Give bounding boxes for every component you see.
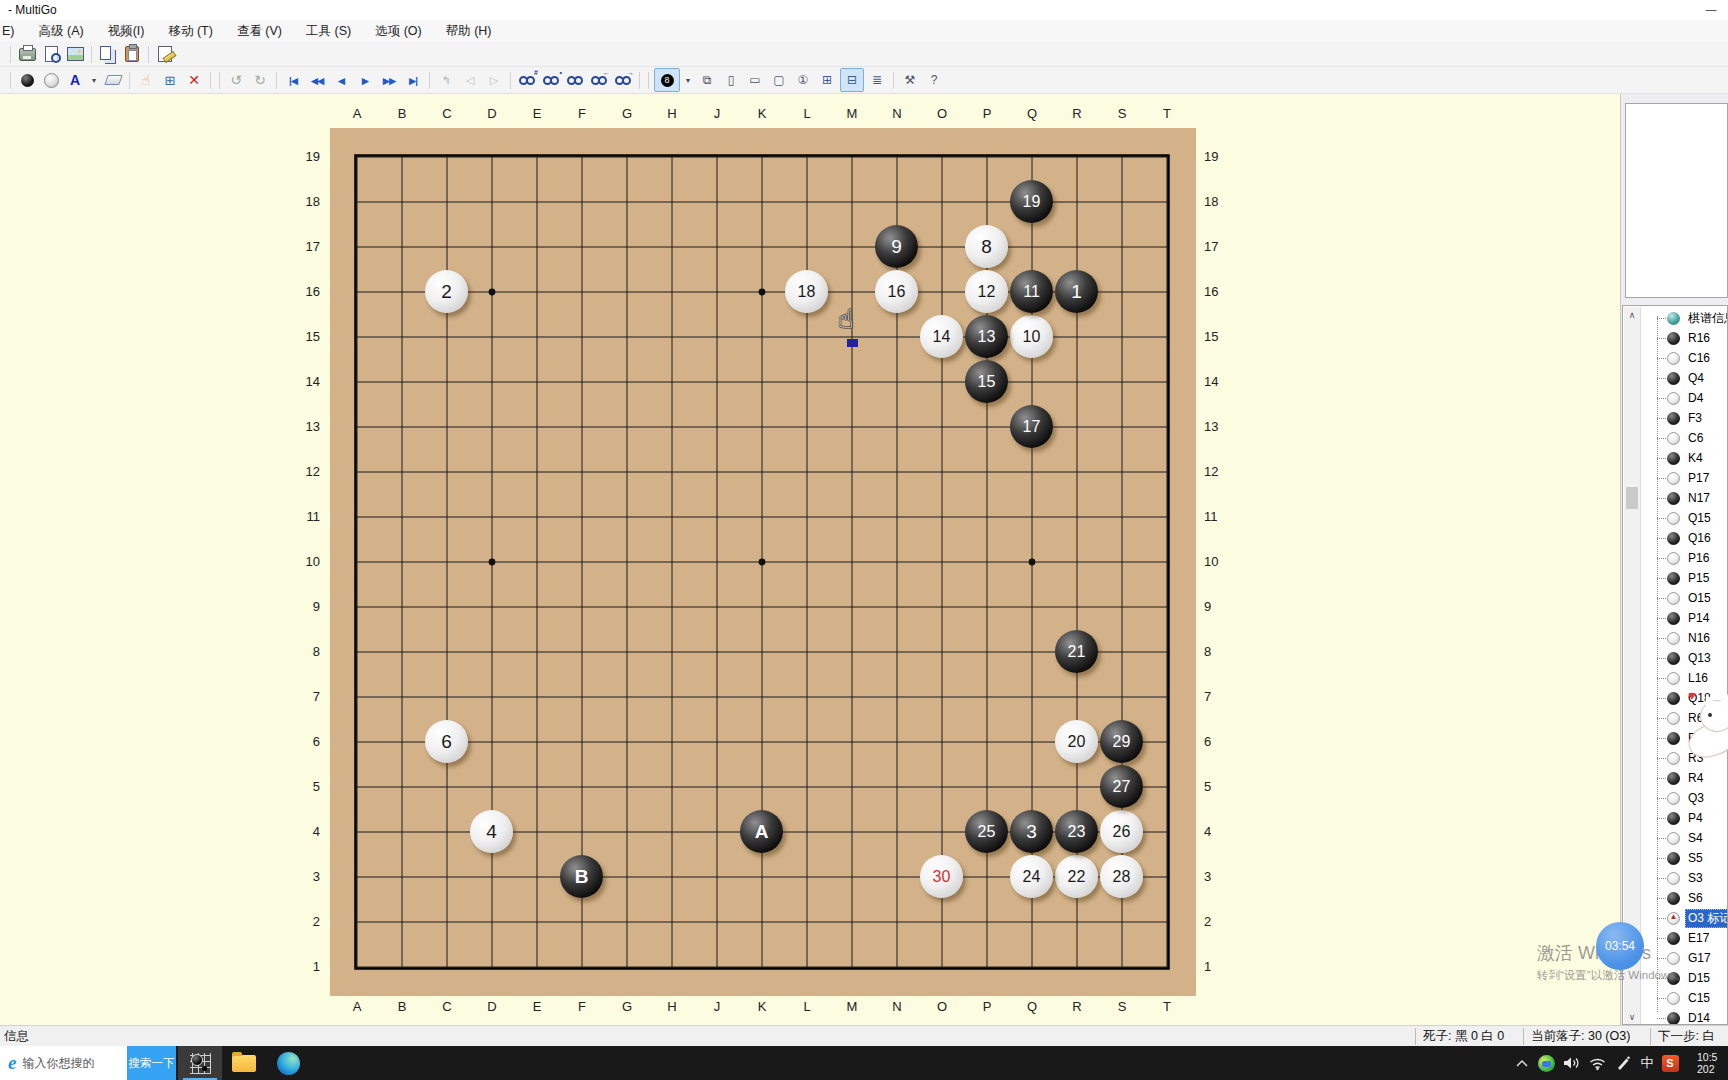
stone-P15[interactable]: 13 bbox=[965, 315, 1008, 358]
tree-item-label: C6 bbox=[1685, 430, 1706, 446]
taskbar-clock[interactable]: 10:5 202 bbox=[1697, 1051, 1728, 1075]
col-label-top-L: L bbox=[797, 106, 817, 121]
white-stone-tool[interactable] bbox=[40, 69, 62, 91]
row-label-right-11: 11 bbox=[1204, 509, 1232, 524]
tree-item-Q15[interactable]: Q15 bbox=[1641, 508, 1727, 528]
tree-scrollbar[interactable]: ∧ ∨ bbox=[1624, 307, 1641, 1025]
row-label-right-8: 8 bbox=[1204, 644, 1232, 659]
stone-Q4[interactable]: 3 bbox=[1010, 810, 1053, 853]
white-node-icon bbox=[1667, 832, 1680, 845]
tree-item-Q4[interactable]: Q4 bbox=[1641, 368, 1727, 388]
row-label-left-17: 17 bbox=[292, 239, 320, 254]
status-next-player: 下一步: 白 bbox=[1658, 1026, 1728, 1047]
tree-item-Q3[interactable]: Q3 bbox=[1641, 788, 1727, 808]
tree-item-S5[interactable]: S5 bbox=[1641, 848, 1727, 868]
row-label-left-8: 8 bbox=[292, 644, 320, 659]
print-preview-button[interactable] bbox=[40, 43, 62, 65]
col-label-bottom-T: T bbox=[1157, 999, 1177, 1014]
tree-item-E17[interactable]: E17 bbox=[1641, 928, 1727, 948]
black-node-icon bbox=[1667, 452, 1680, 465]
col-label-top-R: R bbox=[1067, 106, 1087, 121]
goban[interactable]: 1234B6A891011121314151617181920212223242… bbox=[334, 134, 1189, 989]
copy-button[interactable] bbox=[97, 43, 119, 65]
row-label-left-12: 12 bbox=[292, 464, 320, 479]
tree-item-label: S6 bbox=[1685, 890, 1706, 906]
edge-browser-icon bbox=[277, 1052, 300, 1075]
tree-item-S6[interactable]: S6 bbox=[1641, 888, 1727, 908]
stone-Q16[interactable]: 11 bbox=[1010, 270, 1053, 313]
taskbar-edge-button[interactable] bbox=[266, 1046, 310, 1080]
row-label-right-16: 16 bbox=[1204, 284, 1232, 299]
tree-item-Q13[interactable]: Q13 bbox=[1641, 648, 1727, 668]
number-from-one-toggle[interactable]: ① bbox=[792, 69, 814, 91]
tray-volume-icon[interactable] bbox=[1558, 1056, 1584, 1070]
tree-item-D4[interactable]: D4 bbox=[1641, 388, 1727, 408]
tree-layout-2-button[interactable]: ⊟ bbox=[840, 68, 864, 92]
toolbar-separator bbox=[893, 72, 894, 89]
diagram-toggle[interactable]: ⧉ bbox=[696, 69, 718, 91]
white-node-icon bbox=[1667, 512, 1680, 525]
col-label-top-F: F bbox=[572, 106, 592, 121]
taskbar-search-box[interactable]: e 输入你想搜的 bbox=[0, 1046, 127, 1080]
stone-R3[interactable]: 22 bbox=[1055, 855, 1098, 898]
row-label-right-15: 15 bbox=[1204, 329, 1232, 344]
stone-S4[interactable]: 26 bbox=[1100, 810, 1143, 853]
tree-item-P14[interactable]: P14 bbox=[1641, 608, 1727, 628]
row-label-left-7: 7 bbox=[292, 689, 320, 704]
tree-item-P17[interactable]: P17 bbox=[1641, 468, 1727, 488]
row-label-right-2: 2 bbox=[1204, 914, 1232, 929]
first-move-button[interactable]: |◀ bbox=[282, 69, 304, 91]
label-dropdown[interactable]: ▾ bbox=[88, 69, 100, 91]
col-label-top-K: K bbox=[752, 106, 772, 121]
col-label-top-S: S bbox=[1112, 106, 1132, 121]
tree-item-D14[interactable]: D14 bbox=[1641, 1008, 1727, 1025]
tree-item-label: E17 bbox=[1685, 930, 1712, 946]
hand-cursor-icon: ☝ bbox=[838, 304, 854, 335]
tree-item-label: N16 bbox=[1685, 630, 1713, 646]
tree-item-label: D4 bbox=[1685, 390, 1706, 406]
toolbar-separator bbox=[510, 72, 511, 89]
find-button[interactable] bbox=[564, 69, 586, 91]
menu-item-7[interactable]: 帮助 (H) bbox=[434, 20, 504, 42]
tree-item-label: Q3 bbox=[1685, 790, 1707, 806]
row-label-right-18: 18 bbox=[1204, 194, 1232, 209]
tray-wifi-icon[interactable] bbox=[1584, 1057, 1610, 1070]
tree-item-F3[interactable]: F3 bbox=[1641, 408, 1727, 428]
multigo-app-icon bbox=[190, 1053, 211, 1074]
tree-item-label: S5 bbox=[1685, 850, 1706, 866]
toolbar-separator bbox=[276, 72, 277, 89]
status-message: 信息 bbox=[4, 1026, 29, 1047]
forward-10-moves-button[interactable]: ▶▶ bbox=[378, 69, 400, 91]
variation-display-toggle[interactable]: ▯ bbox=[720, 69, 742, 91]
col-label-bottom-C: C bbox=[437, 999, 457, 1014]
row-label-left-11: 11 bbox=[292, 509, 320, 524]
cursor-blue-mark bbox=[847, 339, 858, 347]
col-label-top-P: P bbox=[977, 106, 997, 121]
tree-item-P15[interactable]: P15 bbox=[1641, 568, 1727, 588]
col-label-bottom-D: D bbox=[482, 999, 502, 1014]
tree-item-label: K4 bbox=[1685, 450, 1706, 466]
col-label-bottom-H: H bbox=[662, 999, 682, 1014]
col-label-top-B: B bbox=[392, 106, 412, 121]
stone-Q15[interactable]: 10 bbox=[1010, 315, 1053, 358]
stone-P4[interactable]: 25 bbox=[965, 810, 1008, 853]
col-label-top-T: T bbox=[1157, 106, 1177, 121]
tray-ime-indicator[interactable]: 中 bbox=[1636, 1054, 1658, 1072]
tree-item-C6[interactable]: C6 bbox=[1641, 428, 1727, 448]
next-variation-button[interactable]: ▷ bbox=[483, 69, 505, 91]
tree-item-S4[interactable]: S4 bbox=[1641, 828, 1727, 848]
prev-variation-button[interactable]: ◁ bbox=[459, 69, 481, 91]
stone-K4[interactable]: A bbox=[740, 810, 783, 853]
tree-item-label: P15 bbox=[1685, 570, 1712, 586]
tree-item-P16[interactable]: P16 bbox=[1641, 548, 1727, 568]
col-label-bottom-L: L bbox=[797, 999, 817, 1014]
black-node-icon bbox=[1667, 492, 1680, 505]
stone-S5[interactable]: 27 bbox=[1100, 765, 1143, 808]
tree-item-label: O3 标记 bbox=[1685, 909, 1728, 928]
search-go-button[interactable]: 搜索一下 bbox=[127, 1046, 176, 1080]
col-label-top-H: H bbox=[662, 106, 682, 121]
move-numbers-dropdown[interactable]: ▾ bbox=[682, 69, 694, 91]
row-label-left-13: 13 bbox=[292, 419, 320, 434]
black-node-icon bbox=[1667, 652, 1680, 665]
heart-icon: ♥ bbox=[1688, 688, 1696, 703]
black-node-icon bbox=[1667, 972, 1680, 985]
white-node-icon bbox=[1667, 392, 1680, 405]
col-label-top-C: C bbox=[437, 106, 457, 121]
tools-button[interactable]: ⚒ bbox=[899, 69, 921, 91]
tree-item-label: D14 bbox=[1685, 1010, 1713, 1025]
comment-panel[interactable] bbox=[1625, 103, 1728, 298]
tray-chevron-up-icon[interactable] bbox=[1510, 1059, 1534, 1067]
cat-sticker: ♥ bbox=[1674, 686, 1728, 778]
minimize-button[interactable]: — bbox=[1698, 0, 1724, 20]
stone-S3[interactable]: 28 bbox=[1100, 855, 1143, 898]
black-node-icon bbox=[1667, 1012, 1680, 1025]
move-list: 棋谱信息R16C16Q4D4F3C6K4P17N17Q15Q16P16P15O1… bbox=[1641, 308, 1727, 1024]
col-label-bottom-B: B bbox=[392, 999, 412, 1014]
delete-tool[interactable]: ✕ bbox=[183, 69, 205, 91]
tree-item-label: 棋谱信息 bbox=[1685, 309, 1728, 328]
stone-P16[interactable]: 12 bbox=[965, 270, 1008, 313]
row-label-right-4: 4 bbox=[1204, 824, 1232, 839]
status-current-move: 当前落子: 30 (O3) bbox=[1531, 1026, 1647, 1047]
col-label-top-O: O bbox=[932, 106, 952, 121]
black-node-icon bbox=[1667, 852, 1680, 865]
col-label-bottom-F: F bbox=[572, 999, 592, 1014]
find-point-button[interactable]: • bbox=[540, 69, 562, 91]
col-label-bottom-K: K bbox=[752, 999, 772, 1014]
col-label-top-Q: Q bbox=[1022, 106, 1042, 121]
stone-R16[interactable]: 1 bbox=[1055, 270, 1098, 313]
tree-item-label: S3 bbox=[1685, 870, 1706, 886]
title-bar: - MultiGo — bbox=[0, 0, 1728, 20]
tree-item-label: C16 bbox=[1685, 350, 1713, 366]
back-10-moves-button[interactable]: ◀◀ bbox=[306, 69, 328, 91]
col-label-bottom-S: S bbox=[1112, 999, 1132, 1014]
status-captures: 死子: 黑 0 白 0 bbox=[1423, 1026, 1520, 1047]
comment-display-toggle[interactable]: ▭ bbox=[744, 69, 766, 91]
toolbar-separator bbox=[148, 46, 149, 63]
stone-S6[interactable]: 29 bbox=[1100, 720, 1143, 763]
toolbar-separator bbox=[10, 72, 11, 89]
row-label-left-16: 16 bbox=[292, 284, 320, 299]
black-node-icon bbox=[1667, 892, 1680, 905]
tree-item-label: Q4 bbox=[1685, 370, 1707, 386]
col-label-top-N: N bbox=[887, 106, 907, 121]
tree-item-label: P4 bbox=[1685, 810, 1706, 826]
stone-D4[interactable]: 4 bbox=[470, 810, 513, 853]
window-title: - MultiGo bbox=[0, 0, 1728, 20]
col-label-top-D: D bbox=[482, 106, 502, 121]
row-label-left-10: 10 bbox=[292, 554, 320, 569]
tree-item-label: S4 bbox=[1685, 830, 1706, 846]
status-bar: 信息 死子: 黑 0 白 0 当前落子: 30 (O3) 下一步: 白 bbox=[0, 1025, 1728, 1047]
edit-navigation-toolbar: A▾☝⊞✕↺↻|◀◀◀◀▶▶▶▶|↰◁▷#•←→8▾⧉▯▭▢①⊞⊟≣⚒? bbox=[0, 67, 1728, 94]
stone-C6[interactable]: 6 bbox=[425, 720, 468, 763]
tree-layout-3-button[interactable]: ≣ bbox=[866, 69, 888, 91]
properties-button[interactable] bbox=[154, 43, 176, 65]
stone-N16[interactable]: 16 bbox=[875, 270, 918, 313]
row-label-left-5: 5 bbox=[292, 779, 320, 794]
row-label-left-15: 15 bbox=[292, 329, 320, 344]
tree-item-R16[interactable]: R16 bbox=[1641, 328, 1727, 348]
row-label-right-9: 9 bbox=[1204, 599, 1232, 614]
tree-layout-1-button[interactable]: ⊞ bbox=[816, 69, 838, 91]
scroll-down-arrow-icon[interactable]: ∨ bbox=[1624, 1009, 1640, 1025]
col-label-bottom-E: E bbox=[527, 999, 547, 1014]
stone-N17[interactable]: 9 bbox=[875, 225, 918, 268]
white-node-icon bbox=[1667, 352, 1680, 365]
tree-item-label: C15 bbox=[1685, 990, 1713, 1006]
search-placeholder: 输入你想搜的 bbox=[22, 1055, 94, 1072]
row-label-right-6: 6 bbox=[1204, 734, 1232, 749]
toolbar-separator bbox=[129, 72, 130, 89]
tree-item-O3-标记[interactable]: O3 标记 bbox=[1641, 908, 1727, 928]
move-tree-panel: ∧ ∨ 棋谱信息R16C16Q4D4F3C6K4P17N17Q15Q16P16P… bbox=[1622, 305, 1728, 1025]
stone-Q13[interactable]: 17 bbox=[1010, 405, 1053, 448]
tree-item-label: F3 bbox=[1685, 410, 1705, 426]
floating-timer-bubble[interactable]: 03:54 bbox=[1596, 922, 1644, 970]
tree-item-label: G17 bbox=[1685, 950, 1714, 966]
tree-item-label: N17 bbox=[1685, 490, 1713, 506]
tree-item-label: L16 bbox=[1685, 670, 1711, 686]
tree-item-label: Q15 bbox=[1685, 510, 1714, 526]
blank-board-toggle[interactable]: ▢ bbox=[768, 69, 790, 91]
stone-O15[interactable]: 14 bbox=[920, 315, 963, 358]
white-node-icon bbox=[1667, 552, 1680, 565]
toolbar-separator bbox=[429, 72, 430, 89]
tree-item-label: P16 bbox=[1685, 550, 1712, 566]
info-node-icon bbox=[1667, 312, 1680, 325]
white-node-icon bbox=[1667, 952, 1680, 965]
row-label-right-19: 19 bbox=[1204, 149, 1232, 164]
context-help-button[interactable]: ? bbox=[923, 69, 945, 91]
tree-item-label: P14 bbox=[1685, 610, 1712, 626]
col-label-bottom-M: M bbox=[842, 999, 862, 1014]
row-label-right-10: 10 bbox=[1204, 554, 1232, 569]
tree-item-label: P17 bbox=[1685, 470, 1712, 486]
row-label-left-9: 9 bbox=[292, 599, 320, 614]
multigo-window: - MultiGo — E)高级 (A)视频(I)移动 (T)查看 (V)工具 … bbox=[0, 0, 1728, 1080]
setup-position-tool[interactable]: ⊞ bbox=[159, 69, 181, 91]
black-node-icon bbox=[1667, 572, 1680, 585]
col-label-bottom-O: O bbox=[932, 999, 952, 1014]
toolbar-separator bbox=[648, 72, 649, 89]
move-numbers-toggle[interactable]: 8 bbox=[654, 68, 680, 92]
white-node-icon bbox=[1667, 592, 1680, 605]
next-game-button[interactable]: ↻ bbox=[249, 69, 271, 91]
row-label-left-14: 14 bbox=[292, 374, 320, 389]
row-label-right-5: 5 bbox=[1204, 779, 1232, 794]
row-label-right-13: 13 bbox=[1204, 419, 1232, 434]
col-label-bottom-P: P bbox=[977, 999, 997, 1014]
ie-icon: e bbox=[8, 1052, 16, 1074]
marked-node-icon bbox=[1667, 912, 1680, 925]
col-label-top-A: A bbox=[347, 106, 367, 121]
tree-item-label: R16 bbox=[1685, 330, 1713, 346]
tray-pen-icon[interactable] bbox=[1610, 1056, 1636, 1070]
toolbar-separator bbox=[10, 46, 11, 63]
col-label-bottom-G: G bbox=[617, 999, 637, 1014]
col-label-top-J: J bbox=[707, 106, 727, 121]
white-node-icon bbox=[1667, 792, 1680, 805]
stone-Q3[interactable]: 24 bbox=[1010, 855, 1053, 898]
white-node-icon bbox=[1667, 472, 1680, 485]
tree-item-label: Q16 bbox=[1685, 530, 1714, 546]
paste-button[interactable] bbox=[121, 43, 143, 65]
stone-R6[interactable]: 20 bbox=[1055, 720, 1098, 763]
stone-P14[interactable]: 15 bbox=[965, 360, 1008, 403]
menu-item-3[interactable]: 移动 (T) bbox=[156, 20, 224, 42]
menu-item-1[interactable]: 高级 (A) bbox=[27, 20, 96, 42]
col-label-bottom-J: J bbox=[707, 999, 727, 1014]
tree-item-O15[interactable]: O15 bbox=[1641, 588, 1727, 608]
white-node-icon bbox=[1667, 632, 1680, 645]
forward-move-button[interactable]: ▶ bbox=[354, 69, 376, 91]
menu-item-2[interactable]: 视频(I) bbox=[96, 20, 157, 42]
row-label-left-2: 2 bbox=[292, 914, 320, 929]
toolbar-separator bbox=[219, 72, 220, 89]
stone-R4[interactable]: 23 bbox=[1055, 810, 1098, 853]
row-label-left-3: 3 bbox=[292, 869, 320, 884]
find-move-number-button[interactable]: # bbox=[516, 69, 538, 91]
menu-bar: E)高级 (A)视频(I)移动 (T)查看 (V)工具 (S)选项 (O)帮助 … bbox=[0, 20, 1728, 43]
eraser-tool[interactable] bbox=[102, 69, 124, 91]
col-label-bottom-Q: Q bbox=[1022, 999, 1042, 1014]
back-move-button[interactable]: ◀ bbox=[330, 69, 352, 91]
stone-O3[interactable]: 30 bbox=[920, 855, 963, 898]
stone-R8[interactable]: 21 bbox=[1055, 630, 1098, 673]
tree-item-N16[interactable]: N16 bbox=[1641, 628, 1727, 648]
taskbar-multigo-button[interactable] bbox=[178, 1046, 222, 1080]
black-node-icon bbox=[1667, 412, 1680, 425]
menu-item-0[interactable]: E) bbox=[0, 20, 27, 42]
tree-item-label: O15 bbox=[1685, 590, 1714, 606]
row-label-right-17: 17 bbox=[1204, 239, 1232, 254]
label-tool[interactable]: A bbox=[64, 69, 86, 91]
stone-Q18[interactable]: 19 bbox=[1010, 180, 1053, 223]
tree-item-棋谱信息[interactable]: 棋谱信息 bbox=[1641, 308, 1727, 328]
menu-item-5[interactable]: 工具 (S) bbox=[294, 20, 363, 42]
row-label-left-18: 18 bbox=[292, 194, 320, 209]
tray-sogou-icon[interactable]: S bbox=[1658, 1055, 1682, 1072]
pass-tool[interactable]: ☝ bbox=[135, 69, 157, 91]
tree-item-label: Q13 bbox=[1685, 650, 1714, 666]
export-image-button[interactable] bbox=[64, 43, 86, 65]
row-label-right-12: 12 bbox=[1204, 464, 1232, 479]
up-variation-button[interactable]: ↰ bbox=[435, 69, 457, 91]
white-node-icon bbox=[1667, 672, 1680, 685]
row-label-right-3: 3 bbox=[1204, 869, 1232, 884]
col-label-top-M: M bbox=[842, 106, 862, 121]
find-prev-button[interactable]: ← bbox=[588, 69, 610, 91]
black-node-icon bbox=[1667, 332, 1680, 345]
tree-item-K4[interactable]: K4 bbox=[1641, 448, 1727, 468]
tree-item-C16[interactable]: C16 bbox=[1641, 348, 1727, 368]
black-node-icon bbox=[1667, 932, 1680, 945]
stone-F3[interactable]: B bbox=[560, 855, 603, 898]
toolbar-separator bbox=[639, 72, 640, 89]
tree-item-L16[interactable]: L16 bbox=[1641, 668, 1727, 688]
tray-game-icon[interactable] bbox=[1534, 1055, 1558, 1072]
prev-game-button[interactable]: ↺ bbox=[225, 69, 247, 91]
black-node-icon bbox=[1667, 532, 1680, 545]
tree-item-D15[interactable]: D15 bbox=[1641, 968, 1727, 988]
tree-item-G17[interactable]: G17 bbox=[1641, 948, 1727, 968]
print-button[interactable] bbox=[16, 43, 38, 65]
stone-L16[interactable]: 18 bbox=[785, 270, 828, 313]
find-next-button[interactable]: → bbox=[612, 69, 634, 91]
stone-P17[interactable]: 8 bbox=[965, 225, 1008, 268]
tree-item-C15[interactable]: C15 bbox=[1641, 988, 1727, 1008]
stone-C16[interactable]: 2 bbox=[425, 270, 468, 313]
tree-item-label: D15 bbox=[1685, 970, 1713, 986]
row-label-left-4: 4 bbox=[292, 824, 320, 839]
tree-item-Q16[interactable]: Q16 bbox=[1641, 528, 1727, 548]
black-stone-tool[interactable] bbox=[16, 69, 38, 91]
last-move-button[interactable]: ▶| bbox=[402, 69, 424, 91]
menu-item-6[interactable]: 选项 (O) bbox=[363, 20, 434, 42]
menu-item-4[interactable]: 查看 (V) bbox=[225, 20, 294, 42]
scroll-up-arrow-icon[interactable]: ∧ bbox=[1624, 307, 1640, 323]
white-node-icon bbox=[1667, 992, 1680, 1005]
row-label-right-7: 7 bbox=[1204, 689, 1232, 704]
taskbar-explorer-button[interactable] bbox=[222, 1046, 266, 1080]
file-explorer-icon bbox=[232, 1055, 256, 1072]
tree-item-P4[interactable]: P4 bbox=[1641, 808, 1727, 828]
row-label-right-1: 1 bbox=[1204, 959, 1232, 974]
scrollbar-thumb[interactable] bbox=[1626, 487, 1638, 509]
row-label-left-6: 6 bbox=[292, 734, 320, 749]
col-label-top-E: E bbox=[527, 106, 547, 121]
col-label-bottom-N: N bbox=[887, 999, 907, 1014]
row-label-left-19: 19 bbox=[292, 149, 320, 164]
tree-item-N17[interactable]: N17 bbox=[1641, 488, 1727, 508]
white-node-icon bbox=[1667, 432, 1680, 445]
standard-toolbar bbox=[0, 42, 1728, 67]
row-label-left-1: 1 bbox=[292, 959, 320, 974]
col-label-top-G: G bbox=[617, 106, 637, 121]
row-label-right-14: 14 bbox=[1204, 374, 1232, 389]
tree-item-S3[interactable]: S3 bbox=[1641, 868, 1727, 888]
black-node-icon bbox=[1667, 812, 1680, 825]
toolbar-separator bbox=[91, 46, 92, 63]
toolbar-separator bbox=[210, 72, 211, 89]
